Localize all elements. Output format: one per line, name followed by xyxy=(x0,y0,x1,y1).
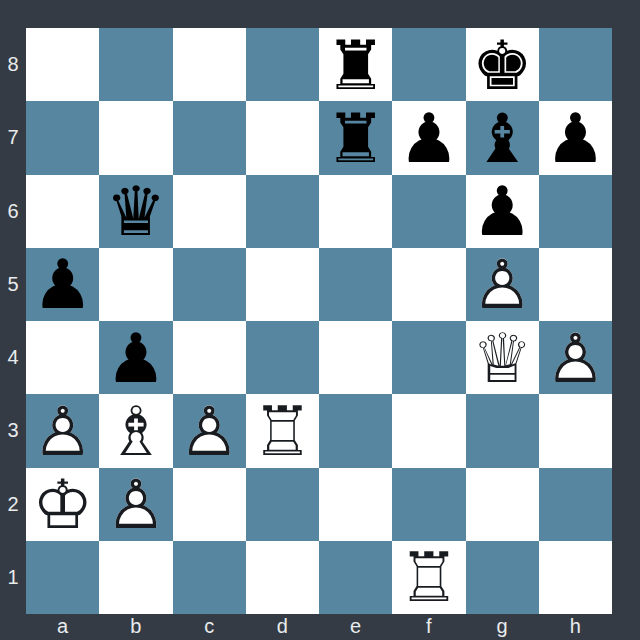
square-e1[interactable] xyxy=(319,541,392,614)
rank-label-5: 5 xyxy=(0,248,26,321)
square-h5[interactable] xyxy=(539,248,612,321)
square-c4[interactable] xyxy=(173,321,246,394)
square-d6[interactable] xyxy=(246,175,319,248)
square-c2[interactable] xyxy=(173,468,246,541)
white-pawn-outline-glyph: ♙ xyxy=(545,325,606,393)
black-pawn-f7[interactable]: ♟ xyxy=(398,105,459,173)
square-c5[interactable] xyxy=(173,248,246,321)
file-label-h: h xyxy=(539,613,612,640)
square-c6[interactable] xyxy=(173,175,246,248)
square-h6[interactable] xyxy=(539,175,612,248)
square-g3[interactable] xyxy=(466,394,539,467)
square-g6[interactable]: ♟ xyxy=(466,175,539,248)
square-e6[interactable] xyxy=(319,175,392,248)
black-queen-b6[interactable]: ♛ xyxy=(105,178,166,246)
white-pawn-a3[interactable]: ♟♙ xyxy=(32,398,93,466)
square-d4[interactable] xyxy=(246,321,319,394)
file-label-c: c xyxy=(173,613,246,640)
square-g2[interactable] xyxy=(466,468,539,541)
square-a8[interactable] xyxy=(26,28,99,101)
square-e4[interactable] xyxy=(319,321,392,394)
square-c1[interactable] xyxy=(173,541,246,614)
white-rook-outline-glyph: ♖ xyxy=(398,544,459,612)
file-label-f: f xyxy=(392,613,465,640)
square-d3[interactable]: ♜♖ xyxy=(246,394,319,467)
square-e8[interactable]: ♜ xyxy=(319,28,392,101)
square-g4[interactable]: ♛♕ xyxy=(466,321,539,394)
square-b8[interactable] xyxy=(99,28,172,101)
square-b6[interactable]: ♛ xyxy=(99,175,172,248)
square-a5[interactable]: ♟ xyxy=(26,248,99,321)
square-d8[interactable] xyxy=(246,28,319,101)
square-f2[interactable] xyxy=(392,468,465,541)
square-a6[interactable] xyxy=(26,175,99,248)
rank-label-2: 2 xyxy=(0,468,26,541)
rank-label-7: 7 xyxy=(0,101,26,174)
black-pawn-b4[interactable]: ♟ xyxy=(105,325,166,393)
white-pawn-c3[interactable]: ♟♙ xyxy=(179,398,240,466)
square-g5[interactable]: ♟♙ xyxy=(466,248,539,321)
file-label-a: a xyxy=(26,613,99,640)
rank-label-3: 3 xyxy=(0,394,26,467)
white-pawn-outline-glyph: ♙ xyxy=(32,398,93,466)
square-a7[interactable] xyxy=(26,101,99,174)
square-h4[interactable]: ♟♙ xyxy=(539,321,612,394)
square-g1[interactable] xyxy=(466,541,539,614)
white-bishop-b3[interactable]: ♝♗ xyxy=(105,398,166,466)
black-king-g8[interactable]: ♚ xyxy=(472,32,533,100)
square-b4[interactable]: ♟ xyxy=(99,321,172,394)
white-pawn-outline-glyph: ♙ xyxy=(179,398,240,466)
black-bishop-g7[interactable]: ♝ xyxy=(472,105,533,173)
white-rook-f1[interactable]: ♜♖ xyxy=(398,544,459,612)
rank-labels: 87654321 xyxy=(0,28,26,614)
white-pawn-outline-glyph: ♙ xyxy=(472,251,533,319)
file-labels: abcdefgh xyxy=(26,613,612,640)
square-f1[interactable]: ♜♖ xyxy=(392,541,465,614)
square-h3[interactable] xyxy=(539,394,612,467)
square-g8[interactable]: ♚ xyxy=(466,28,539,101)
black-rook-e7[interactable]: ♜ xyxy=(325,105,386,173)
white-rook-outline-glyph: ♖ xyxy=(252,398,313,466)
square-f8[interactable] xyxy=(392,28,465,101)
square-a2[interactable]: ♚♔ xyxy=(26,468,99,541)
square-b7[interactable] xyxy=(99,101,172,174)
square-c3[interactable]: ♟♙ xyxy=(173,394,246,467)
square-a3[interactable]: ♟♙ xyxy=(26,394,99,467)
white-pawn-b2[interactable]: ♟♙ xyxy=(105,471,166,539)
white-pawn-h4[interactable]: ♟♙ xyxy=(545,325,606,393)
square-h1[interactable] xyxy=(539,541,612,614)
square-c8[interactable] xyxy=(173,28,246,101)
square-e5[interactable] xyxy=(319,248,392,321)
white-king-a2[interactable]: ♚♔ xyxy=(32,471,93,539)
black-pawn-h7[interactable]: ♟ xyxy=(545,105,606,173)
white-queen-outline-glyph: ♕ xyxy=(472,325,533,393)
square-b1[interactable] xyxy=(99,541,172,614)
black-pawn-g6[interactable]: ♟ xyxy=(472,178,533,246)
square-g7[interactable]: ♝ xyxy=(466,101,539,174)
square-e7[interactable]: ♜ xyxy=(319,101,392,174)
square-b2[interactable]: ♟♙ xyxy=(99,468,172,541)
square-b5[interactable] xyxy=(99,248,172,321)
white-bishop-outline-glyph: ♗ xyxy=(105,398,166,466)
rank-label-6: 6 xyxy=(0,175,26,248)
white-rook-d3[interactable]: ♜♖ xyxy=(252,398,313,466)
white-queen-g4[interactable]: ♛♕ xyxy=(472,325,533,393)
square-d2[interactable] xyxy=(246,468,319,541)
square-b3[interactable]: ♝♗ xyxy=(99,394,172,467)
rank-label-4: 4 xyxy=(0,321,26,394)
file-label-g: g xyxy=(466,613,539,640)
white-king-outline-glyph: ♔ xyxy=(32,471,93,539)
square-h2[interactable] xyxy=(539,468,612,541)
square-c7[interactable] xyxy=(173,101,246,174)
board: ♜♚♜♟♝♟♛♟♟♟♙♟♛♕♟♙♟♙♝♗♟♙♜♖♚♔♟♙♜♖ xyxy=(26,28,612,614)
square-d1[interactable] xyxy=(246,541,319,614)
chessboard-stage: 87654321 ♜♚♜♟♝♟♛♟♟♟♙♟♛♕♟♙♟♙♝♗♟♙♜♖♚♔♟♙♜♖ … xyxy=(0,0,640,640)
square-d5[interactable] xyxy=(246,248,319,321)
rank-label-8: 8 xyxy=(0,28,26,101)
file-label-d: d xyxy=(246,613,319,640)
square-f3[interactable] xyxy=(392,394,465,467)
square-a1[interactable] xyxy=(26,541,99,614)
square-e3[interactable] xyxy=(319,394,392,467)
square-e2[interactable] xyxy=(319,468,392,541)
black-rook-e8[interactable]: ♜ xyxy=(325,32,386,100)
file-label-b: b xyxy=(99,613,172,640)
white-pawn-outline-glyph: ♙ xyxy=(105,471,166,539)
square-f4[interactable] xyxy=(392,321,465,394)
black-pawn-a5[interactable]: ♟ xyxy=(32,251,93,319)
square-f6[interactable] xyxy=(392,175,465,248)
square-f5[interactable] xyxy=(392,248,465,321)
square-d7[interactable] xyxy=(246,101,319,174)
file-label-e: e xyxy=(319,613,392,640)
rank-label-1: 1 xyxy=(0,541,26,614)
square-h7[interactable]: ♟ xyxy=(539,101,612,174)
square-a4[interactable] xyxy=(26,321,99,394)
square-h8[interactable] xyxy=(539,28,612,101)
square-f7[interactable]: ♟ xyxy=(392,101,465,174)
white-pawn-g5[interactable]: ♟♙ xyxy=(472,251,533,319)
